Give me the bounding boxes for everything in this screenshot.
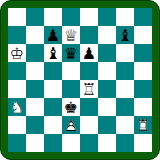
square-d7[interactable]: ♛♕ (62, 26, 80, 44)
square-c4[interactable] (44, 80, 62, 98)
square-g3[interactable] (116, 98, 134, 116)
square-e4[interactable]: ♜♖ (80, 80, 98, 98)
square-e5[interactable] (80, 62, 98, 80)
square-d8[interactable] (62, 8, 80, 26)
square-f7[interactable] (98, 26, 116, 44)
square-b3[interactable] (26, 98, 44, 116)
black-pawn-c7: ♟ (44, 26, 62, 44)
square-g7[interactable]: ♝ (116, 26, 134, 44)
square-b8[interactable] (26, 8, 44, 26)
square-d2[interactable]: ♟♙ (62, 116, 80, 134)
square-e1[interactable] (80, 134, 98, 152)
square-b2[interactable] (26, 116, 44, 134)
square-g5[interactable] (116, 62, 134, 80)
black-bishop-g7: ♝ (116, 26, 134, 44)
square-d5[interactable] (62, 62, 80, 80)
square-f8[interactable] (98, 8, 116, 26)
square-c2[interactable] (44, 116, 62, 134)
square-c3[interactable] (44, 98, 62, 116)
square-h5[interactable] (134, 62, 152, 80)
square-c1[interactable] (44, 134, 62, 152)
white-king-a6: ♚♔ (8, 44, 26, 62)
square-c8[interactable] (44, 8, 62, 26)
white-pawn-d2: ♟♙ (62, 116, 80, 134)
white-knight-a3: ♞♘ (8, 98, 26, 116)
square-a2[interactable] (8, 116, 26, 134)
square-g8[interactable] (116, 8, 134, 26)
square-b7[interactable] (26, 26, 44, 44)
square-c5[interactable] (44, 62, 62, 80)
square-e3[interactable] (80, 98, 98, 116)
square-c7[interactable]: ♟ (44, 26, 62, 44)
square-b5[interactable] (26, 62, 44, 80)
black-bishop-c6: ♝ (44, 44, 62, 62)
square-c6[interactable]: ♝ (44, 44, 62, 62)
square-a5[interactable] (8, 62, 26, 80)
square-g6[interactable] (116, 44, 134, 62)
black-queen-d6: ♛ (62, 44, 80, 62)
square-b1[interactable] (26, 134, 44, 152)
square-h2[interactable]: ♜♖ (134, 116, 152, 134)
square-h6[interactable] (134, 44, 152, 62)
square-a7[interactable] (8, 26, 26, 44)
square-h8[interactable] (134, 8, 152, 26)
square-f6[interactable] (98, 44, 116, 62)
square-e2[interactable] (80, 116, 98, 134)
white-queen-d7: ♛♕ (62, 26, 80, 44)
square-e8[interactable] (80, 8, 98, 26)
square-f2[interactable] (98, 116, 116, 134)
square-d4[interactable] (62, 80, 80, 98)
square-g2[interactable] (116, 116, 134, 134)
square-f5[interactable] (98, 62, 116, 80)
square-a4[interactable] (8, 80, 26, 98)
square-h3[interactable] (134, 98, 152, 116)
square-a6[interactable]: ♚♔ (8, 44, 26, 62)
board: ♟♛♕♝♚♔♝♛♟♜♖♞♘♚♟♙♜♖ (8, 8, 152, 152)
square-a1[interactable] (8, 134, 26, 152)
square-e6[interactable]: ♟ (80, 44, 98, 62)
square-f4[interactable] (98, 80, 116, 98)
square-h1[interactable] (134, 134, 152, 152)
black-king-d3: ♚ (62, 98, 80, 116)
square-a8[interactable] (8, 8, 26, 26)
square-f3[interactable] (98, 98, 116, 116)
square-d6[interactable]: ♛ (62, 44, 80, 62)
square-d1[interactable] (62, 134, 80, 152)
white-rook-h2: ♜♖ (134, 116, 152, 134)
square-d3[interactable]: ♚ (62, 98, 80, 116)
square-a3[interactable]: ♞♘ (8, 98, 26, 116)
black-pawn-e6: ♟ (80, 44, 98, 62)
square-e7[interactable] (80, 26, 98, 44)
square-g1[interactable] (116, 134, 134, 152)
square-b4[interactable] (26, 80, 44, 98)
square-f1[interactable] (98, 134, 116, 152)
white-rook-e4: ♜♖ (80, 80, 98, 98)
square-h4[interactable] (134, 80, 152, 98)
square-g4[interactable] (116, 80, 134, 98)
square-b6[interactable] (26, 44, 44, 62)
square-h7[interactable] (134, 26, 152, 44)
